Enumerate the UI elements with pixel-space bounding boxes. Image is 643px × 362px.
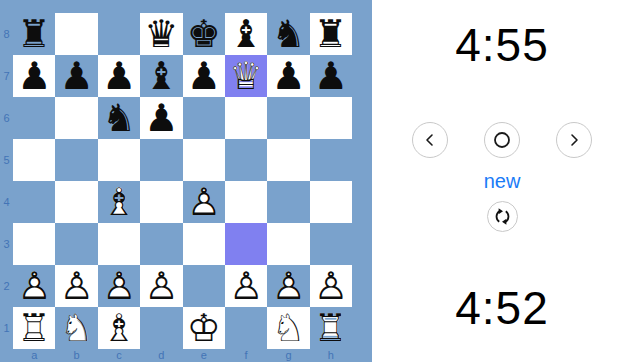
white-bishop-piece: ♝♗ bbox=[98, 307, 140, 349]
square-g6[interactable] bbox=[267, 97, 309, 139]
square-h6[interactable] bbox=[310, 97, 352, 139]
square-g4[interactable] bbox=[267, 181, 309, 223]
white-rook-piece: ♜♖ bbox=[13, 307, 55, 349]
square-d1[interactable] bbox=[140, 307, 182, 349]
square-c7[interactable]: ♟ bbox=[98, 55, 140, 97]
square-a3[interactable] bbox=[13, 223, 55, 265]
square-e1[interactable]: ♚♔ bbox=[183, 307, 225, 349]
square-d2[interactable]: ♟♙ bbox=[140, 265, 182, 307]
square-h3[interactable] bbox=[310, 223, 352, 265]
white-pawn-piece: ♟♙ bbox=[183, 181, 225, 223]
black-pawn-piece: ♟ bbox=[310, 55, 352, 97]
flip-row bbox=[372, 201, 632, 232]
square-e8[interactable]: ♚ bbox=[183, 13, 225, 55]
square-d7[interactable]: ♝ bbox=[140, 55, 182, 97]
white-pawn-piece: ♟♙ bbox=[267, 265, 309, 307]
black-pawn-piece: ♟ bbox=[98, 55, 140, 97]
square-g1[interactable]: ♞♘ bbox=[267, 307, 309, 349]
control-panel: 4:55 new bbox=[372, 0, 632, 362]
square-f6[interactable] bbox=[225, 97, 267, 139]
white-pawn-piece: ♟♙ bbox=[98, 265, 140, 307]
square-b6[interactable] bbox=[55, 97, 97, 139]
square-h1[interactable]: ♜♖ bbox=[310, 307, 352, 349]
rank-label-8: 8 bbox=[0, 13, 13, 55]
square-g2[interactable]: ♟♙ bbox=[267, 265, 309, 307]
square-b2[interactable]: ♟♙ bbox=[55, 265, 97, 307]
square-e4[interactable]: ♟♙ bbox=[183, 181, 225, 223]
black-bishop-piece: ♝ bbox=[140, 55, 182, 97]
chevron-right-icon bbox=[567, 133, 581, 147]
square-d5[interactable] bbox=[140, 139, 182, 181]
new-game-link[interactable]: new bbox=[372, 170, 632, 193]
black-pawn-piece: ♟ bbox=[267, 55, 309, 97]
square-e2[interactable] bbox=[183, 265, 225, 307]
square-b8[interactable] bbox=[55, 13, 97, 55]
black-king-piece: ♚ bbox=[183, 13, 225, 55]
black-rook-piece: ♜ bbox=[13, 13, 55, 55]
square-a4[interactable] bbox=[13, 181, 55, 223]
rank-label-6: 6 bbox=[0, 97, 13, 139]
white-knight-piece: ♞♘ bbox=[56, 307, 98, 349]
rotate-icon bbox=[493, 207, 512, 226]
square-e6[interactable] bbox=[183, 97, 225, 139]
file-label-d: d bbox=[140, 349, 182, 362]
square-f4[interactable] bbox=[225, 181, 267, 223]
white-pawn-piece: ♟♙ bbox=[56, 265, 98, 307]
rank-label-2: 2 bbox=[0, 265, 13, 307]
square-a6[interactable] bbox=[13, 97, 55, 139]
black-pawn-piece: ♟ bbox=[13, 55, 55, 97]
black-pawn-piece: ♟ bbox=[56, 55, 98, 97]
square-b1[interactable]: ♞♘ bbox=[55, 307, 97, 349]
back-button[interactable] bbox=[412, 122, 448, 158]
square-a7[interactable]: ♟ bbox=[13, 55, 55, 97]
black-pawn-piece: ♟ bbox=[140, 97, 182, 139]
square-g7[interactable]: ♟ bbox=[267, 55, 309, 97]
black-bishop-piece: ♝ bbox=[225, 13, 267, 55]
square-a5[interactable] bbox=[13, 139, 55, 181]
move-nav-row bbox=[372, 122, 632, 158]
square-f8[interactable]: ♝ bbox=[225, 13, 267, 55]
square-e3[interactable] bbox=[183, 223, 225, 265]
square-d6[interactable]: ♟ bbox=[140, 97, 182, 139]
white-pawn-piece: ♟♙ bbox=[140, 265, 182, 307]
forward-button[interactable] bbox=[556, 122, 592, 158]
square-c3[interactable] bbox=[98, 223, 140, 265]
square-e5[interactable] bbox=[183, 139, 225, 181]
file-label-b: b bbox=[55, 349, 97, 362]
white-rook-piece: ♜♖ bbox=[310, 307, 352, 349]
square-b7[interactable]: ♟ bbox=[55, 55, 97, 97]
flip-board-button[interactable] bbox=[487, 201, 518, 232]
white-clock: 4:52 bbox=[372, 281, 632, 335]
square-c8[interactable] bbox=[98, 13, 140, 55]
white-knight-piece: ♞♘ bbox=[267, 307, 309, 349]
black-clock: 4:55 bbox=[372, 18, 632, 72]
square-f5[interactable] bbox=[225, 139, 267, 181]
square-h4[interactable] bbox=[310, 181, 352, 223]
square-b3[interactable] bbox=[55, 223, 97, 265]
square-d8[interactable]: ♛ bbox=[140, 13, 182, 55]
square-g5[interactable] bbox=[267, 139, 309, 181]
square-g8[interactable]: ♞ bbox=[267, 13, 309, 55]
file-label-h: h bbox=[310, 349, 352, 362]
square-a1[interactable]: ♜♖ bbox=[13, 307, 55, 349]
black-knight-piece: ♞ bbox=[98, 97, 140, 139]
circle-icon bbox=[493, 131, 511, 149]
square-a2[interactable]: ♟♙ bbox=[13, 265, 55, 307]
square-f7[interactable]: ♛♕ bbox=[225, 55, 267, 97]
white-pawn-piece: ♟♙ bbox=[13, 265, 55, 307]
square-c5[interactable] bbox=[98, 139, 140, 181]
chevron-left-icon bbox=[423, 133, 437, 147]
square-h7[interactable]: ♟ bbox=[310, 55, 352, 97]
black-rook-piece: ♜ bbox=[310, 13, 352, 55]
square-b5[interactable] bbox=[55, 139, 97, 181]
white-pawn-piece: ♟♙ bbox=[310, 265, 352, 307]
file-label-a: a bbox=[13, 349, 55, 362]
rank-label-5: 5 bbox=[0, 139, 13, 181]
square-g3[interactable] bbox=[267, 223, 309, 265]
square-h2[interactable]: ♟♙ bbox=[310, 265, 352, 307]
file-label-g: g bbox=[267, 349, 309, 362]
white-king-piece: ♚♔ bbox=[183, 307, 225, 349]
black-pawn-piece: ♟ bbox=[183, 55, 225, 97]
white-pawn-piece: ♟♙ bbox=[225, 265, 267, 307]
square-b4[interactable] bbox=[55, 181, 97, 223]
square-c4[interactable]: ♝♗ bbox=[98, 181, 140, 223]
rank-label-7: 7 bbox=[0, 55, 13, 97]
square-c1[interactable]: ♝♗ bbox=[98, 307, 140, 349]
square-f3[interactable] bbox=[225, 223, 267, 265]
black-knight-piece: ♞ bbox=[267, 13, 309, 55]
rank-label-1: 1 bbox=[0, 307, 13, 349]
rank-label-4: 4 bbox=[0, 181, 13, 223]
rank-label-3: 3 bbox=[0, 223, 13, 265]
square-c6[interactable]: ♞ bbox=[98, 97, 140, 139]
white-bishop-piece: ♝♗ bbox=[98, 181, 140, 223]
square-d3[interactable] bbox=[140, 223, 182, 265]
square-f1[interactable] bbox=[225, 307, 267, 349]
file-label-e: e bbox=[183, 349, 225, 362]
board-squares: ♜♛♚♝♞♜♟♟♟♝♟♛♕♟♟♞♟♝♗♟♙♟♙♟♙♟♙♟♙♟♙♟♙♟♙♜♖♞♘♝… bbox=[13, 13, 352, 349]
square-h5[interactable] bbox=[310, 139, 352, 181]
black-queen-piece: ♛ bbox=[140, 13, 182, 55]
square-d4[interactable] bbox=[140, 181, 182, 223]
chess-board: ♜♛♚♝♞♜♟♟♟♝♟♛♕♟♟♞♟♝♗♟♙♟♙♟♙♟♙♟♙♟♙♟♙♟♙♜♖♞♘♝… bbox=[0, 0, 372, 362]
square-c2[interactable]: ♟♙ bbox=[98, 265, 140, 307]
file-label-c: c bbox=[98, 349, 140, 362]
file-label-f: f bbox=[225, 349, 267, 362]
square-h8[interactable]: ♜ bbox=[310, 13, 352, 55]
white-queen-piece: ♛♕ bbox=[225, 55, 267, 97]
square-e7[interactable]: ♟ bbox=[183, 55, 225, 97]
square-a8[interactable]: ♜ bbox=[13, 13, 55, 55]
square-f2[interactable]: ♟♙ bbox=[225, 265, 267, 307]
current-position-button[interactable] bbox=[484, 122, 520, 158]
